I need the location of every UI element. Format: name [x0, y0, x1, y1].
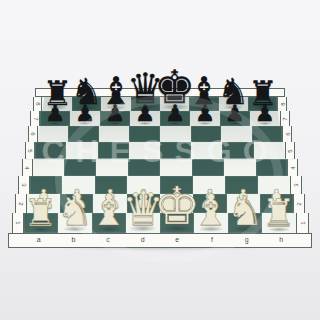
board-corner [8, 234, 21, 247]
square-f5[interactable] [191, 142, 222, 159]
rank-label-right-7: 7 [280, 111, 290, 126]
rank-label-left-6: 6 [28, 126, 38, 142]
square-f6[interactable] [191, 126, 222, 142]
file-label-bottom-b: b [56, 234, 91, 247]
chess-set-photo: abcdefgh8♜♞♝♛♚♝♞♜87♟♟♟♟♟♟♟♟7665544332♟♟♟… [0, 0, 320, 320]
square-g5[interactable] [222, 142, 253, 159]
piece-black-pawn[interactable]: ♟ [135, 102, 156, 125]
piece-white-knight[interactable]: ♞ [227, 191, 264, 232]
piece-black-pawn[interactable]: ♟ [195, 102, 216, 125]
square-g4[interactable] [224, 159, 256, 176]
file-label-bottom-h: h [264, 234, 299, 247]
file-label-bottom-g: g [229, 234, 264, 247]
square-a4[interactable] [33, 159, 65, 176]
square-h7[interactable]: ♟ [250, 111, 280, 126]
square-c6[interactable] [99, 126, 130, 142]
rank-label-left-1: 1 [12, 213, 24, 233]
piece-black-pawn[interactable]: ♟ [75, 102, 96, 125]
square-f4[interactable] [192, 159, 224, 176]
square-h1[interactable]: ♜ [262, 213, 296, 233]
square-c4[interactable] [96, 159, 128, 176]
file-label-bottom-d: d [125, 234, 160, 247]
piece-black-pawn[interactable]: ♟ [255, 102, 276, 125]
square-b4[interactable] [64, 159, 96, 176]
piece-white-bishop[interactable]: ♝ [192, 189, 231, 232]
file-label-bottom-f: f [195, 234, 230, 247]
board-corner [299, 234, 312, 247]
square-g7[interactable]: ♟ [220, 111, 250, 126]
piece-black-pawn[interactable]: ♟ [225, 102, 246, 125]
square-e7[interactable]: ♟ [160, 111, 190, 126]
rank-label-right-5: 5 [285, 142, 296, 159]
square-e4[interactable] [160, 159, 192, 176]
square-h4[interactable] [256, 159, 288, 176]
square-e1[interactable]: ♚ [160, 213, 194, 233]
rank-label-right-8: 8 [277, 97, 286, 111]
file-label-bottom-e: e [160, 234, 195, 247]
piece-black-pawn[interactable]: ♟ [105, 102, 126, 125]
square-d4[interactable] [128, 159, 160, 176]
rank-label-left-5: 5 [25, 142, 36, 159]
rank-label-left-4: 4 [22, 159, 33, 176]
square-c1[interactable]: ♝ [92, 213, 126, 233]
square-h6[interactable] [252, 126, 283, 142]
rank-label-right-6: 6 [282, 126, 292, 142]
square-b1[interactable]: ♞ [58, 213, 92, 233]
square-a5[interactable] [35, 142, 66, 159]
square-f1[interactable]: ♝ [194, 213, 228, 233]
piece-white-knight[interactable]: ♞ [57, 191, 94, 232]
square-b6[interactable] [68, 126, 99, 142]
square-d5[interactable] [129, 142, 160, 159]
file-label-bottom-a: a [21, 234, 56, 247]
rank-label-right-1: 1 [296, 213, 308, 233]
square-d7[interactable]: ♟ [130, 111, 160, 126]
piece-black-pawn[interactable]: ♟ [165, 102, 186, 125]
square-d6[interactable] [129, 126, 160, 142]
square-b7[interactable]: ♟ [70, 111, 100, 126]
chess-board: abcdefgh8♜♞♝♛♚♝♞♜87♟♟♟♟♟♟♟♟7665544332♟♟♟… [0, 88, 320, 248]
square-e6[interactable] [160, 126, 191, 142]
square-g1[interactable]: ♞ [228, 213, 262, 233]
rank-label-left-7: 7 [30, 111, 40, 126]
square-c5[interactable] [98, 142, 129, 159]
rank-label-right-4: 4 [287, 159, 298, 176]
square-h5[interactable] [254, 142, 285, 159]
square-f7[interactable]: ♟ [190, 111, 220, 126]
piece-black-pawn[interactable]: ♟ [45, 102, 66, 125]
square-a1[interactable]: ♜ [24, 213, 58, 233]
square-a7[interactable]: ♟ [40, 111, 70, 126]
square-b5[interactable] [66, 142, 97, 159]
square-a6[interactable] [38, 126, 69, 142]
square-g6[interactable] [221, 126, 252, 142]
square-c7[interactable]: ♟ [100, 111, 130, 126]
piece-white-rook[interactable]: ♜ [24, 194, 58, 232]
file-label-bottom-c: c [91, 234, 126, 247]
square-e5[interactable] [160, 142, 191, 159]
piece-white-rook[interactable]: ♜ [262, 194, 296, 232]
